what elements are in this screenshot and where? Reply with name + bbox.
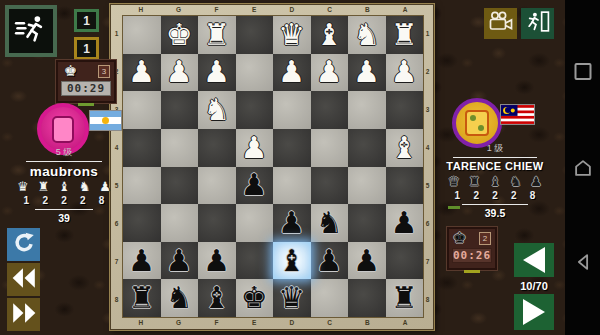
file-label: C <box>311 317 349 328</box>
rewind-button[interactable] <box>7 263 40 296</box>
black-knight[interactable]: ♞ <box>316 208 343 238</box>
rank-label: 5 <box>423 167 432 205</box>
black-pawn[interactable]: ♟ <box>166 246 193 276</box>
file-label: A <box>386 317 424 328</box>
black-rook[interactable]: ♜ <box>391 283 418 313</box>
divider <box>35 209 93 210</box>
file-label: G <box>160 317 198 328</box>
piece-count: 8 <box>92 195 111 206</box>
file-label: F <box>198 6 236 14</box>
knight-icon: ♞ <box>510 175 522 189</box>
pawn-icon: ♟ <box>99 180 111 194</box>
turn-indicator <box>448 206 460 209</box>
blitz-mode-button[interactable] <box>5 5 57 57</box>
rank-label: 7 <box>112 242 121 280</box>
white-king[interactable]: ♚ <box>166 20 193 50</box>
divider <box>26 161 102 162</box>
square-g8[interactable]: ♞ <box>161 279 199 317</box>
argentina-flag <box>89 110 122 131</box>
square-b5[interactable] <box>348 167 386 205</box>
black-pawn[interactable]: ♟ <box>278 208 305 238</box>
square-e3[interactable] <box>236 91 274 129</box>
white-pawn[interactable]: ♟ <box>316 57 343 87</box>
white-pawn[interactable]: ♟ <box>241 133 268 163</box>
square-b8[interactable] <box>348 279 386 317</box>
black-pawn[interactable]: ♟ <box>128 246 155 276</box>
square-c8[interactable] <box>311 279 349 317</box>
back-button[interactable] <box>572 251 594 277</box>
square-f6[interactable] <box>198 204 236 242</box>
file-label: B <box>349 6 387 14</box>
square-f4[interactable] <box>198 129 236 167</box>
yellow-counter-value: 1 <box>83 42 90 56</box>
divider <box>462 204 528 205</box>
left-triangle-icon <box>523 247 545 273</box>
bishop-icon: ♝ <box>58 180 70 194</box>
piece-count: 1 <box>17 195 36 206</box>
square-a5[interactable] <box>386 167 424 205</box>
white-player-level: 5 级 <box>8 146 120 159</box>
video-camera-icon <box>487 10 514 37</box>
black-material-icons: ♛♜♝♞♟ <box>448 175 542 189</box>
square-g7[interactable]: ♟ <box>161 242 199 280</box>
file-label: D <box>273 317 311 328</box>
white-clock-time: 00:29 <box>61 81 111 96</box>
square-a3[interactable] <box>386 91 424 129</box>
square-g2[interactable]: ♟ <box>161 54 199 92</box>
square-c6[interactable]: ♞ <box>311 204 349 242</box>
black-pawn[interactable]: ♟ <box>391 208 418 238</box>
right-triangle-icon <box>523 299 545 325</box>
white-knight[interactable]: ♞ <box>353 20 380 50</box>
piece-count: 2 <box>73 195 92 206</box>
white-rook[interactable]: ♜ <box>203 20 230 50</box>
exit-game-button[interactable] <box>521 8 554 39</box>
black-clock-time: 00:26 <box>452 248 492 263</box>
rank-label: 1 <box>423 15 432 53</box>
square-f3[interactable]: ♞ <box>198 91 236 129</box>
black-pawn[interactable]: ♟ <box>203 246 230 276</box>
bishop-icon: ♝ <box>489 175 501 189</box>
square-f7[interactable]: ♟ <box>198 242 236 280</box>
black-queen[interactable]: ♛ <box>278 283 305 313</box>
yellow-counter: 1 <box>74 37 99 60</box>
rank-label: 3 <box>423 91 432 129</box>
square-h6[interactable] <box>123 204 161 242</box>
malaysia-flag <box>500 104 535 125</box>
white-pawn[interactable]: ♟ <box>278 57 305 87</box>
square-h8[interactable]: ♜ <box>123 279 161 317</box>
square-d8[interactable]: ♛ <box>273 279 311 317</box>
square-d5[interactable] <box>273 167 311 205</box>
black-king-icon: ♚ <box>453 231 466 246</box>
square-f5[interactable] <box>198 167 236 205</box>
white-clock-indicator <box>78 103 94 106</box>
white-rook[interactable]: ♜ <box>391 20 418 50</box>
black-clock-badge: 2 <box>479 232 491 245</box>
white-clock-badge: 3 <box>98 65 110 78</box>
square-e7[interactable] <box>236 242 274 280</box>
square-e5[interactable]: ♟ <box>236 167 274 205</box>
black-clock-indicator <box>464 270 480 273</box>
rank-label: 8 <box>423 280 432 318</box>
white-pawn[interactable]: ♟ <box>353 57 380 87</box>
black-pawn[interactable]: ♟ <box>316 246 343 276</box>
rook-icon: ♜ <box>38 180 50 194</box>
square-d1[interactable]: ♛ <box>273 16 311 54</box>
black-knight[interactable]: ♞ <box>166 283 193 313</box>
square-f8[interactable]: ♝ <box>198 279 236 317</box>
square-h3[interactable] <box>123 91 161 129</box>
square-a1[interactable]: ♜ <box>386 16 424 54</box>
move-counter: 10/70 <box>510 280 558 292</box>
square-b1[interactable]: ♞ <box>348 16 386 54</box>
green-counter-value: 1 <box>83 14 90 28</box>
file-label: H <box>122 6 160 14</box>
divider <box>453 157 537 158</box>
black-player-level: 1 级 <box>436 142 554 155</box>
file-labels-top: HGFEDCBA <box>122 6 424 14</box>
square-c2[interactable]: ♟ <box>311 54 349 92</box>
pawn-icon: ♟ <box>530 175 542 189</box>
black-rook[interactable]: ♜ <box>128 283 155 313</box>
recents-button[interactable] <box>574 63 591 80</box>
exit-door-runner-icon <box>524 9 551 38</box>
file-label: G <box>160 6 198 14</box>
knight-icon: ♞ <box>79 180 91 194</box>
black-player-panel: 1 级 TARENCE CHIEW ♛♜♝♞♟ 12228 39.5 <box>436 142 554 219</box>
square-d7[interactable]: ♝ <box>273 242 311 280</box>
square-c4[interactable] <box>311 129 349 167</box>
square-h5[interactable] <box>123 167 161 205</box>
square-a6[interactable]: ♟ <box>386 204 424 242</box>
rank-label: 6 <box>423 204 432 242</box>
android-navigation-bar <box>565 0 600 335</box>
queen-icon: ♛ <box>448 175 460 189</box>
square-g6[interactable] <box>161 204 199 242</box>
square-d6[interactable]: ♟ <box>273 204 311 242</box>
square-b6[interactable] <box>348 204 386 242</box>
square-a2[interactable]: ♟ <box>386 54 424 92</box>
square-h7[interactable]: ♟ <box>123 242 161 280</box>
white-king-icon: ♚ <box>64 64 77 79</box>
double-right-arrow-icon <box>11 300 37 330</box>
flip-board-button[interactable] <box>7 228 40 261</box>
rank-label: 2 <box>423 53 432 91</box>
square-h2[interactable]: ♟ <box>123 54 161 92</box>
square-b3[interactable] <box>348 91 386 129</box>
green-counter: 1 <box>74 9 99 32</box>
file-label: E <box>235 6 273 14</box>
square-h1[interactable] <box>123 16 161 54</box>
square-g5[interactable] <box>161 167 199 205</box>
square-f1[interactable]: ♜ <box>198 16 236 54</box>
chess-app-screen: { "game": "chess", "position": { "fen": … <box>0 0 600 335</box>
square-e6[interactable] <box>236 204 274 242</box>
white-bishop[interactable]: ♝ <box>316 20 343 50</box>
square-g4[interactable] <box>161 129 199 167</box>
square-d2[interactable]: ♟ <box>273 54 311 92</box>
square-e4[interactable]: ♟ <box>236 129 274 167</box>
avatar-graphic <box>465 110 489 136</box>
black-player-name: TARENCE CHIEW <box>436 160 554 172</box>
chess-board: HGFEDCBA 12345678 12345678 ♚♜♛♝♞♜♟♟♟♟♟♟♟… <box>110 4 434 330</box>
piece-count: 2 <box>467 190 486 201</box>
black-material-counts: 12228 <box>448 190 542 201</box>
square-b2[interactable]: ♟ <box>348 54 386 92</box>
rank-label: 7 <box>423 242 432 280</box>
rank-label: 4 <box>423 129 432 167</box>
piece-count: 2 <box>504 190 523 201</box>
square-d4[interactable] <box>273 129 311 167</box>
running-figure-icon <box>14 12 48 50</box>
piece-count: 2 <box>486 190 505 201</box>
square-a7[interactable] <box>386 242 424 280</box>
black-bishop[interactable]: ♝ <box>278 246 305 276</box>
rank-label: 8 <box>112 280 121 318</box>
file-label: E <box>235 317 273 328</box>
file-labels-bottom: HGFEDCBA <box>122 317 424 328</box>
next-move-button[interactable] <box>514 294 554 330</box>
white-material-total: 39 <box>8 212 120 224</box>
file-label: H <box>122 317 160 328</box>
white-bishop[interactable]: ♝ <box>391 133 418 163</box>
file-label: B <box>349 317 387 328</box>
square-g3[interactable] <box>161 91 199 129</box>
white-pawn[interactable]: ♟ <box>128 57 155 87</box>
white-queen[interactable]: ♛ <box>278 20 305 50</box>
square-c1[interactable]: ♝ <box>311 16 349 54</box>
piece-count: 2 <box>55 195 74 206</box>
rank-labels-right: 12345678 <box>423 15 432 318</box>
rook-icon: ♜ <box>469 175 481 189</box>
white-pawn[interactable]: ♟ <box>203 57 230 87</box>
circular-arrow-icon <box>11 230 37 260</box>
square-e1[interactable] <box>236 16 274 54</box>
square-a4[interactable]: ♝ <box>386 129 424 167</box>
home-button[interactable] <box>572 157 594 183</box>
black-pawn[interactable]: ♟ <box>241 170 268 200</box>
board-squares[interactable]: ♚♜♛♝♞♜♟♟♟♟♟♟♟♞♟♝♟♟♞♟♟♟♟♝♟♟♜♞♝♚♛♜ <box>122 15 424 318</box>
black-player-avatar[interactable] <box>452 98 502 148</box>
black-clock: ♚ 2 00:26 <box>447 227 497 270</box>
white-clock: ♚ 3 00:29 <box>56 60 116 103</box>
piece-count: 1 <box>448 190 467 201</box>
black-king[interactable]: ♚ <box>241 283 268 313</box>
white-pawn[interactable]: ♟ <box>391 57 418 87</box>
file-label: C <box>311 6 349 14</box>
piece-count: 8 <box>523 190 542 201</box>
double-left-arrow-icon <box>11 265 37 295</box>
white-player-name: maubrons <box>8 164 120 179</box>
square-c5[interactable] <box>311 167 349 205</box>
black-pawn[interactable]: ♟ <box>353 246 380 276</box>
queen-icon: ♛ <box>17 180 29 194</box>
square-g1[interactable]: ♚ <box>161 16 199 54</box>
white-pawn[interactable]: ♟ <box>166 57 193 87</box>
file-label: D <box>273 6 311 14</box>
square-b7[interactable]: ♟ <box>348 242 386 280</box>
white-material-counts: 12228 <box>17 195 111 206</box>
record-video-button[interactable] <box>484 8 517 39</box>
square-e2[interactable] <box>236 54 274 92</box>
square-e8[interactable]: ♚ <box>236 279 274 317</box>
sun-of-may-icon <box>102 117 109 124</box>
avatar-graphic <box>52 116 74 143</box>
piece-count: 2 <box>36 195 55 206</box>
fast-forward-button[interactable] <box>7 298 40 331</box>
square-c3[interactable] <box>311 91 349 129</box>
rank-label: 1 <box>112 15 121 53</box>
white-material-icons: ♛♜♝♞♟ <box>17 180 111 194</box>
file-label: A <box>386 6 424 14</box>
file-label: F <box>198 317 236 328</box>
white-player-panel: 5 级 maubrons ♛♜♝♞♟ 12228 39 <box>8 146 120 224</box>
previous-move-button[interactable] <box>514 243 554 277</box>
black-bishop[interactable]: ♝ <box>203 283 230 313</box>
square-d3[interactable] <box>273 91 311 129</box>
square-f2[interactable]: ♟ <box>198 54 236 92</box>
square-a8[interactable]: ♜ <box>386 279 424 317</box>
square-c7[interactable]: ♟ <box>311 242 349 280</box>
white-knight[interactable]: ♞ <box>203 95 230 125</box>
square-h4[interactable] <box>123 129 161 167</box>
square-b4[interactable] <box>348 129 386 167</box>
